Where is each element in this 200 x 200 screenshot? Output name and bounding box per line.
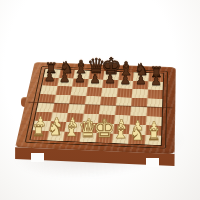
piece-black-pawn[interactable]: ♟	[74, 72, 87, 85]
board-foot-notch	[31, 153, 44, 162]
piece-black-pawn[interactable]: ♟	[150, 75, 163, 88]
piece-white-rook[interactable]: ♜	[31, 123, 47, 139]
piece-black-pawn[interactable]: ♟	[119, 74, 132, 87]
board-right-edge	[0, 0, 200, 200]
piece-black-pawn[interactable]: ♟	[89, 73, 102, 86]
piece-black-pawn[interactable]: ♟	[104, 73, 117, 86]
board-foot-notch	[146, 158, 159, 167]
piece-black-pawn[interactable]: ♟	[58, 72, 71, 85]
piece-white-knight[interactable]: ♞	[128, 125, 146, 143]
piece-white-rook[interactable]: ♜	[146, 127, 162, 143]
piece-black-pawn[interactable]: ♟	[134, 74, 147, 87]
piece-black-pawn[interactable]: ♟	[43, 71, 56, 84]
chess-set-photo: ♜♞♝♛♚♝♞♜♟♟♟♟♟♟♟♟♟♟♟♟♟♟♟♟♜♞♝♛♚♝♞♜	[0, 0, 200, 200]
